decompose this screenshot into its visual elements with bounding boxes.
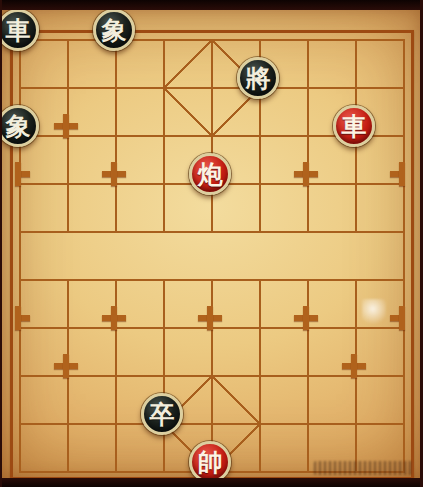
board-cell — [117, 137, 165, 185]
board-cell — [117, 233, 165, 281]
piece-black-general[interactable]: 將 — [237, 57, 279, 99]
board-cell — [69, 137, 117, 185]
board-cell — [117, 281, 165, 329]
board-cell — [165, 233, 213, 281]
board-cell — [21, 185, 69, 233]
board-cell — [69, 233, 117, 281]
board-cell — [261, 425, 309, 473]
board-cell — [213, 377, 261, 425]
watermark-blur — [314, 461, 414, 475]
board-cell — [357, 41, 405, 89]
letterbox-bottom — [0, 478, 423, 487]
board-cell — [69, 89, 117, 137]
piece-black-elephant[interactable]: 象 — [93, 9, 135, 51]
xiangqi-screenshot: 車象將象車炮卒帥 — [0, 0, 423, 487]
board-cell — [309, 185, 357, 233]
board-cell — [309, 377, 357, 425]
board-cell — [357, 377, 405, 425]
board-cell — [261, 329, 309, 377]
piece-black-soldier[interactable]: 卒 — [141, 393, 183, 435]
board-cell — [261, 185, 309, 233]
board-cell — [69, 185, 117, 233]
board-panel — [2, 10, 420, 478]
piece-red-chariot[interactable]: 車 — [333, 105, 375, 147]
board-cell — [21, 233, 69, 281]
board-cell — [69, 329, 117, 377]
board-cell — [213, 281, 261, 329]
board-cell — [69, 281, 117, 329]
board-cell — [21, 329, 69, 377]
board-cell — [165, 41, 213, 89]
letterbox-left — [0, 0, 2, 487]
board-cell — [117, 89, 165, 137]
board-cell — [69, 377, 117, 425]
board-cell — [357, 329, 405, 377]
board-cell — [117, 185, 165, 233]
board-cell — [357, 233, 405, 281]
piece-red-cannon[interactable]: 炮 — [189, 153, 231, 195]
board-cell — [213, 329, 261, 377]
board-cell — [165, 89, 213, 137]
board-cell — [309, 233, 357, 281]
letterbox-top — [0, 0, 423, 10]
board-cell — [21, 281, 69, 329]
piece-red-general[interactable]: 帥 — [189, 441, 231, 483]
board-cell — [261, 377, 309, 425]
board-cell — [213, 233, 261, 281]
board-cell — [21, 377, 69, 425]
board-cell — [357, 185, 405, 233]
board-cell — [261, 137, 309, 185]
white-smudge-artifact — [362, 299, 386, 327]
board-cell — [309, 41, 357, 89]
board-cell — [117, 329, 165, 377]
board-cell — [165, 281, 213, 329]
board-grid[interactable] — [19, 39, 405, 473]
board-cell — [165, 329, 213, 377]
board-cell — [261, 233, 309, 281]
board-cell — [261, 281, 309, 329]
board-cell — [309, 281, 357, 329]
board-cell — [309, 329, 357, 377]
board-cell — [21, 425, 69, 473]
board-cell — [69, 425, 117, 473]
